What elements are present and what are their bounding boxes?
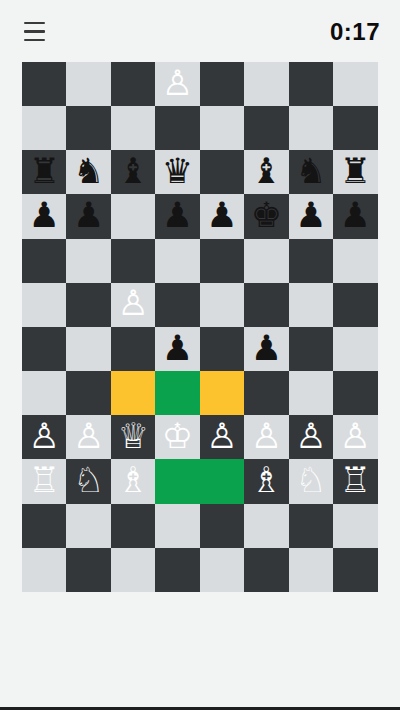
square-r7-c3[interactable] [155, 371, 199, 415]
square-r8-c0[interactable]: ♙ [22, 415, 66, 459]
piece-black-pawn: ♟ [251, 331, 282, 366]
square-r9-c1[interactable]: ♘ [66, 459, 110, 503]
piece-white-pawn: ♙ [29, 419, 60, 454]
piece-black-pawn: ♟ [73, 198, 104, 233]
piece-white-pawn: ♙ [117, 286, 148, 321]
square-r7-c2[interactable] [111, 371, 155, 415]
square-r6-c0[interactable] [22, 327, 66, 371]
square-r9-c4[interactable] [200, 459, 244, 503]
piece-white-queen: ♕ [117, 419, 148, 454]
square-r6-c2[interactable] [111, 327, 155, 371]
piece-white-pawn: ♙ [162, 66, 193, 101]
square-r5-c6[interactable] [289, 283, 333, 327]
square-r2-c6[interactable]: ♞ [289, 150, 333, 194]
piece-black-bishop: ♝ [251, 154, 282, 189]
square-r3-c5[interactable]: ♚ [244, 194, 288, 238]
square-r1-c6[interactable] [289, 106, 333, 150]
square-r0-c4[interactable] [200, 62, 244, 106]
square-r10-c2[interactable] [111, 504, 155, 548]
square-r7-c5[interactable] [244, 371, 288, 415]
piece-white-knight: ♘ [295, 463, 326, 498]
piece-black-pawn: ♟ [162, 198, 193, 233]
square-r1-c3[interactable] [155, 106, 199, 150]
hamburger-menu-icon[interactable] [24, 22, 46, 41]
square-r7-c4[interactable] [200, 371, 244, 415]
square-r6-c5[interactable]: ♟ [244, 327, 288, 371]
square-r4-c5[interactable] [244, 239, 288, 283]
square-r0-c1[interactable] [66, 62, 110, 106]
piece-black-pawn: ♟ [29, 198, 60, 233]
piece-black-knight: ♞ [295, 154, 326, 189]
game-timer: 0:17 [330, 18, 380, 46]
square-r5-c0[interactable] [22, 283, 66, 327]
square-r4-c4[interactable] [200, 239, 244, 283]
piece-black-queen: ♛ [162, 154, 193, 189]
piece-white-king: ♔ [162, 419, 193, 454]
square-r10-c3[interactable] [155, 504, 199, 548]
menu-bar-line [24, 22, 45, 24]
square-r2-c3[interactable]: ♛ [155, 150, 199, 194]
square-r4-c3[interactable] [155, 239, 199, 283]
square-r11-c4[interactable] [200, 548, 244, 592]
square-r8-c1[interactable]: ♙ [66, 415, 110, 459]
square-r0-c7[interactable] [333, 62, 377, 106]
piece-black-pawn: ♟ [162, 331, 193, 366]
square-r8-c6[interactable]: ♙ [289, 415, 333, 459]
square-r1-c4[interactable] [200, 106, 244, 150]
square-r3-c4[interactable]: ♟ [200, 194, 244, 238]
square-r2-c2[interactable]: ♝ [111, 150, 155, 194]
square-r5-c3[interactable] [155, 283, 199, 327]
piece-white-rook: ♖ [29, 463, 60, 498]
square-r9-c3[interactable] [155, 459, 199, 503]
square-r10-c4[interactable] [200, 504, 244, 548]
square-r8-c5[interactable]: ♙ [244, 415, 288, 459]
square-r9-c2[interactable]: ♗ [111, 459, 155, 503]
square-r11-c6[interactable] [289, 548, 333, 592]
piece-black-pawn: ♟ [340, 198, 371, 233]
square-r9-c7[interactable]: ♖ [333, 459, 377, 503]
square-r11-c0[interactable] [22, 548, 66, 592]
piece-black-knight: ♞ [73, 154, 104, 189]
square-r1-c0[interactable] [22, 106, 66, 150]
piece-black-pawn: ♟ [206, 198, 237, 233]
piece-white-pawn: ♙ [340, 419, 371, 454]
square-r0-c0[interactable] [22, 62, 66, 106]
square-r8-c3[interactable]: ♔ [155, 415, 199, 459]
square-r0-c2[interactable] [111, 62, 155, 106]
square-r2-c4[interactable] [200, 150, 244, 194]
square-r4-c1[interactable] [66, 239, 110, 283]
square-r10-c0[interactable] [22, 504, 66, 548]
square-r8-c2[interactable]: ♕ [111, 415, 155, 459]
menu-bar-line [24, 39, 45, 41]
square-r2-c5[interactable]: ♝ [244, 150, 288, 194]
piece-white-pawn: ♙ [206, 419, 237, 454]
square-r10-c6[interactable] [289, 504, 333, 548]
chess-board: ♙♜♞♝♛♝♞♜♟♟♟♟♚♟♟♙♟♟♙♙♕♔♙♙♙♙♖♘♗♗♘♖ [22, 62, 378, 592]
square-r5-c5[interactable] [244, 283, 288, 327]
square-r7-c0[interactable] [22, 371, 66, 415]
square-r3-c0[interactable]: ♟ [22, 194, 66, 238]
square-r3-c3[interactable]: ♟ [155, 194, 199, 238]
piece-black-pawn: ♟ [295, 198, 326, 233]
piece-white-rook: ♖ [340, 463, 371, 498]
piece-black-bishop: ♝ [117, 154, 148, 189]
square-r6-c1[interactable] [66, 327, 110, 371]
square-r10-c7[interactable] [333, 504, 377, 548]
piece-white-knight: ♘ [73, 463, 104, 498]
square-r6-c4[interactable] [200, 327, 244, 371]
piece-white-pawn: ♙ [295, 419, 326, 454]
square-r9-c6[interactable]: ♘ [289, 459, 333, 503]
square-r4-c0[interactable] [22, 239, 66, 283]
square-r6-c7[interactable] [333, 327, 377, 371]
square-r7-c6[interactable] [289, 371, 333, 415]
square-r7-c7[interactable] [333, 371, 377, 415]
square-r1-c1[interactable] [66, 106, 110, 150]
square-r4-c6[interactable] [289, 239, 333, 283]
square-r3-c6[interactable]: ♟ [289, 194, 333, 238]
square-r2-c7[interactable]: ♜ [333, 150, 377, 194]
square-r11-c5[interactable] [244, 548, 288, 592]
piece-black-rook: ♜ [340, 154, 371, 189]
square-r3-c2[interactable] [111, 194, 155, 238]
square-r11-c1[interactable] [66, 548, 110, 592]
square-r3-c7[interactable]: ♟ [333, 194, 377, 238]
square-r1-c7[interactable] [333, 106, 377, 150]
square-r1-c5[interactable] [244, 106, 288, 150]
square-r11-c3[interactable] [155, 548, 199, 592]
square-r2-c0[interactable]: ♜ [22, 150, 66, 194]
piece-white-pawn: ♙ [73, 419, 104, 454]
square-r0-c6[interactable] [289, 62, 333, 106]
square-r2-c1[interactable]: ♞ [66, 150, 110, 194]
square-r5-c2[interactable]: ♙ [111, 283, 155, 327]
piece-white-pawn: ♙ [251, 419, 282, 454]
square-r9-c5[interactable]: ♗ [244, 459, 288, 503]
square-r9-c0[interactable]: ♖ [22, 459, 66, 503]
top-bar: 0:17 [0, 0, 400, 62]
square-r5-c4[interactable] [200, 283, 244, 327]
square-r0-c3[interactable]: ♙ [155, 62, 199, 106]
square-r3-c1[interactable]: ♟ [66, 194, 110, 238]
square-r4-c7[interactable] [333, 239, 377, 283]
square-r4-c2[interactable] [111, 239, 155, 283]
square-r8-c7[interactable]: ♙ [333, 415, 377, 459]
square-r5-c7[interactable] [333, 283, 377, 327]
piece-black-rook: ♜ [29, 154, 60, 189]
square-r7-c1[interactable] [66, 371, 110, 415]
piece-white-bishop: ♗ [117, 463, 148, 498]
square-r11-c2[interactable] [111, 548, 155, 592]
square-r6-c3[interactable]: ♟ [155, 327, 199, 371]
square-r5-c1[interactable] [66, 283, 110, 327]
square-r0-c5[interactable] [244, 62, 288, 106]
piece-black-king: ♚ [251, 198, 282, 233]
square-r1-c2[interactable] [111, 106, 155, 150]
square-r6-c6[interactable] [289, 327, 333, 371]
menu-bar-line [24, 30, 45, 32]
square-r8-c4[interactable]: ♙ [200, 415, 244, 459]
square-r10-c5[interactable] [244, 504, 288, 548]
square-r11-c7[interactable] [333, 548, 377, 592]
piece-white-bishop: ♗ [251, 463, 282, 498]
square-r10-c1[interactable] [66, 504, 110, 548]
